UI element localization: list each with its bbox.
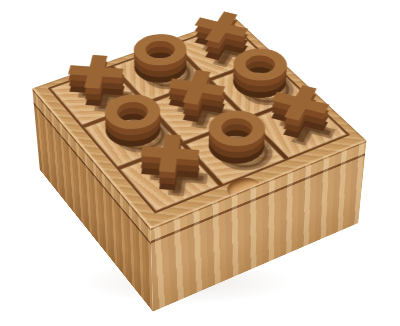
piece-x: ×××××	[120, 145, 219, 211]
product-photo: ×××××○○○○○×××××○○○○○×××××○○○○○×××××○○○○○…	[0, 0, 400, 326]
board-cell-r2c0: ×××××	[120, 145, 220, 211]
